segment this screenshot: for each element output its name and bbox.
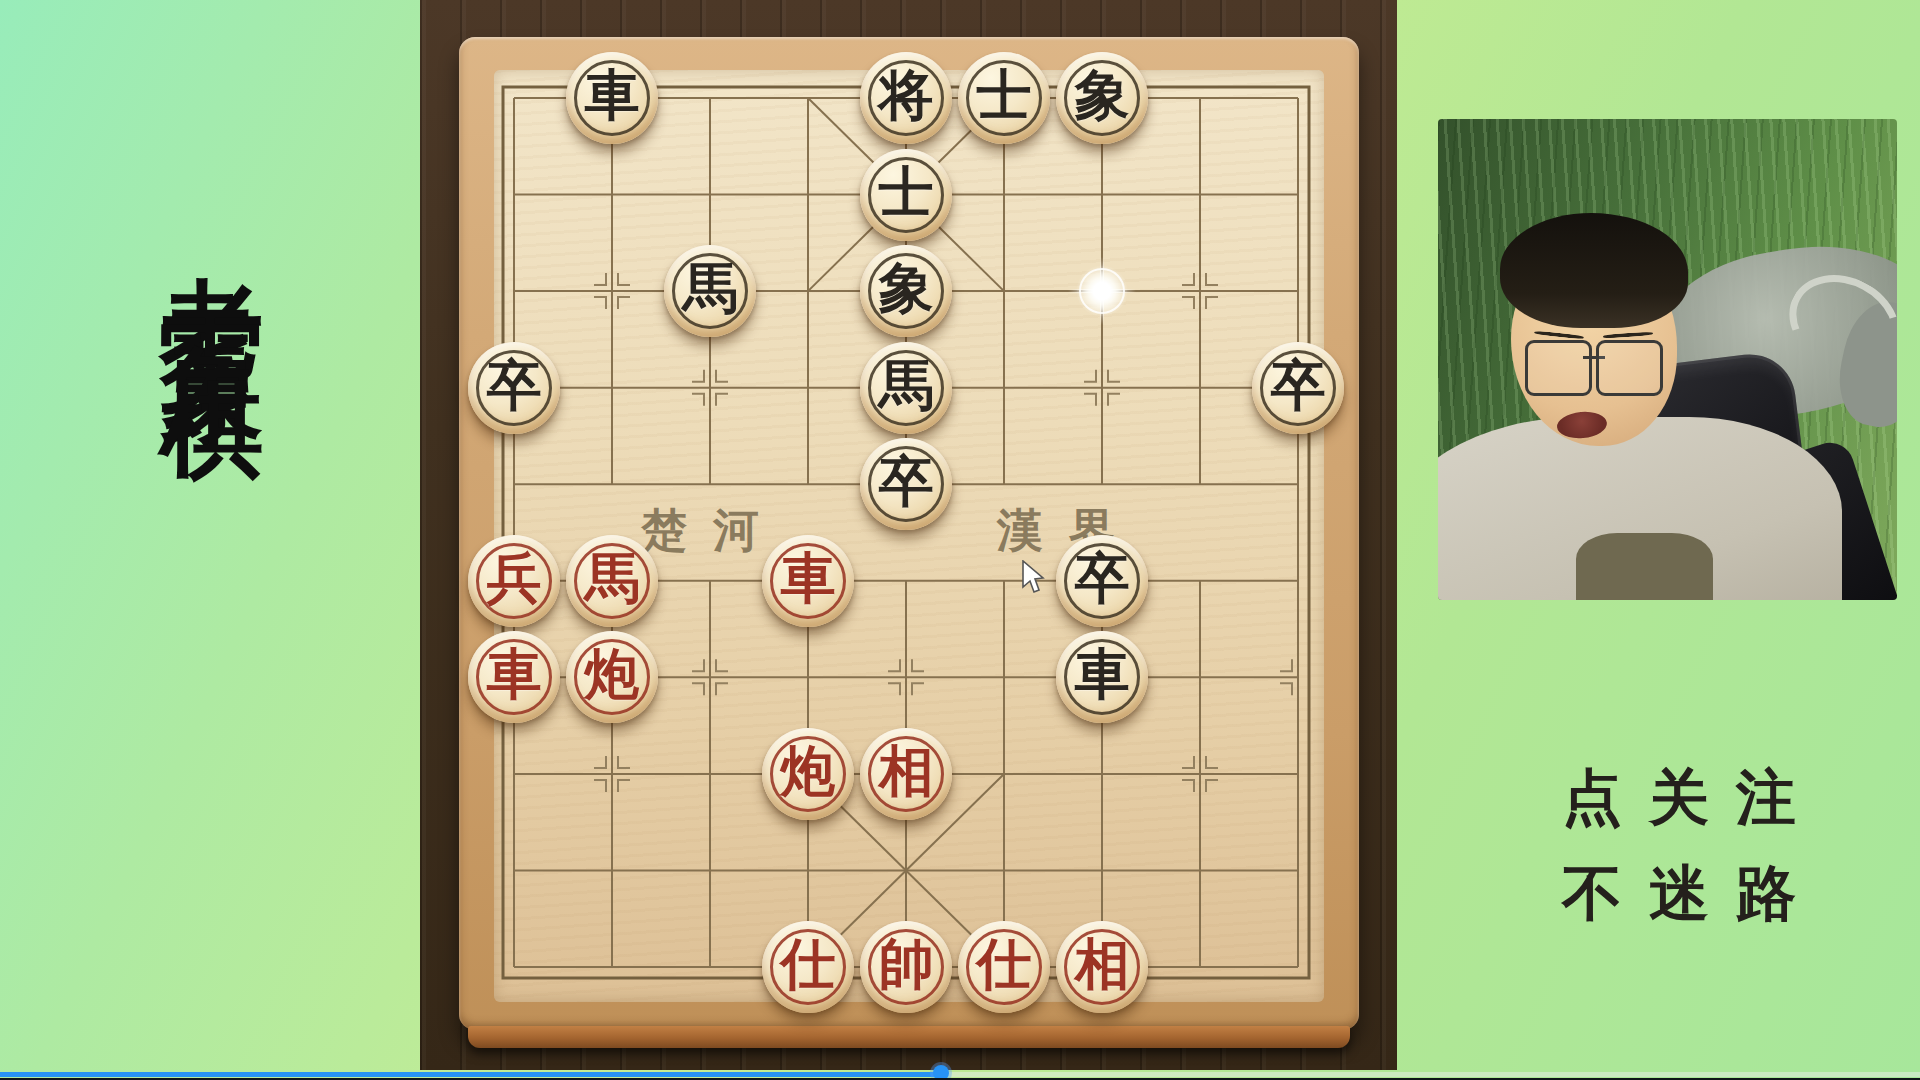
- video-progress-bar[interactable]: [0, 1068, 1920, 1080]
- piece-black-馬[interactable]: 馬: [860, 342, 952, 434]
- piece-glyph: 兵: [487, 542, 542, 616]
- piece-red-車[interactable]: 車: [762, 535, 854, 627]
- piece-red-相[interactable]: 相: [860, 728, 952, 820]
- piece-black-車[interactable]: 車: [1056, 631, 1148, 723]
- glasses-lens: [1525, 340, 1592, 396]
- piece-black-士[interactable]: 士: [860, 149, 952, 241]
- webcam-streamer-hair: [1500, 213, 1688, 328]
- piece-glyph: 帥: [879, 928, 934, 1002]
- piece-glyph: 将: [879, 59, 934, 133]
- sparkle-glow: [1074, 263, 1130, 319]
- piece-glyph: 炮: [781, 735, 836, 809]
- caption-dont-get-lost: 不迷路: [1562, 854, 1823, 935]
- piece-black-象[interactable]: 象: [1056, 52, 1148, 144]
- piece-glyph: 卒: [1075, 542, 1130, 616]
- piece-glyph: 車: [487, 638, 542, 712]
- piece-glyph: 士: [977, 59, 1032, 133]
- piece-red-炮[interactable]: 炮: [566, 631, 658, 723]
- board-front-edge: [468, 1026, 1350, 1048]
- piece-black-将[interactable]: 将: [860, 52, 952, 144]
- piece-red-兵[interactable]: 兵: [468, 535, 560, 627]
- piece-glyph: 相: [1075, 928, 1130, 1002]
- piece-black-卒[interactable]: 卒: [860, 438, 952, 530]
- piece-black-馬[interactable]: 馬: [664, 245, 756, 337]
- webcam-streamer-shirt: [1576, 533, 1714, 600]
- sparkle-effect: [1074, 263, 1130, 319]
- piece-glyph: 馬: [879, 349, 934, 423]
- piece-glyph: 仕: [781, 928, 836, 1002]
- piece-glyph: 馬: [585, 542, 640, 616]
- channel-title-vertical: 老雷象棋: [157, 192, 269, 782]
- caption-follow: 点关注: [1562, 758, 1823, 839]
- piece-glyph: 士: [879, 156, 934, 230]
- piece-red-炮[interactable]: 炮: [762, 728, 854, 820]
- piece-glyph: 卒: [1271, 349, 1326, 423]
- piece-red-帥[interactable]: 帥: [860, 921, 952, 1013]
- piece-glyph: 象: [879, 252, 934, 326]
- piece-glyph: 相: [879, 735, 934, 809]
- glasses-lens: [1596, 340, 1663, 396]
- piece-glyph: 車: [1075, 638, 1130, 712]
- piece-glyph: 馬: [683, 252, 738, 326]
- webcam-video: [1438, 119, 1897, 600]
- piece-glyph: 卒: [879, 445, 934, 519]
- piece-glyph: 象: [1075, 59, 1130, 133]
- progress-fill: [0, 1072, 941, 1077]
- piece-glyph: 車: [781, 542, 836, 616]
- piece-glyph: 仕: [977, 928, 1032, 1002]
- piece-black-卒[interactable]: 卒: [468, 342, 560, 434]
- piece-red-相[interactable]: 相: [1056, 921, 1148, 1013]
- piece-black-士[interactable]: 士: [958, 52, 1050, 144]
- piece-glyph: 炮: [585, 638, 640, 712]
- webcam-glasses: [1525, 340, 1663, 398]
- piece-black-象[interactable]: 象: [860, 245, 952, 337]
- piece-red-車[interactable]: 車: [468, 631, 560, 723]
- piece-red-仕[interactable]: 仕: [958, 921, 1050, 1013]
- mouse-cursor-icon: [1022, 560, 1048, 594]
- piece-red-仕[interactable]: 仕: [762, 921, 854, 1013]
- video-frame: 老雷象棋 楚河 漢界 車将士象士馬象卒馬卒卒兵馬車卒車炮車炮相仕帥仕相: [0, 0, 1920, 1080]
- piece-black-卒[interactable]: 卒: [1056, 535, 1148, 627]
- piece-glyph: 卒: [487, 349, 542, 423]
- piece-black-車[interactable]: 車: [566, 52, 658, 144]
- piece-black-卒[interactable]: 卒: [1252, 342, 1344, 434]
- piece-red-馬[interactable]: 馬: [566, 535, 658, 627]
- piece-glyph: 車: [585, 59, 640, 133]
